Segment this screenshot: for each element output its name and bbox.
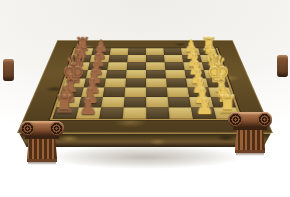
- foot-fluting: [27, 139, 58, 162]
- foot-fluting: [235, 130, 266, 153]
- board-grid: ♜♟♟♜♞♟♟♞♝♟♟♝♛♟♟♛♚♟♟♚♝♟♟♝♞♟♟♞♜♟♟♜: [50, 48, 243, 120]
- square-b4[interactable]: [146, 55, 165, 62]
- square-g4[interactable]: [146, 97, 169, 107]
- board-foot-rear-left: [3, 59, 14, 81]
- photo-scene: ♜♟♟♜♞♟♟♞♝♟♟♝♛♟♟♛♚♟♟♚♝♟♟♝♞♟♟♞♜♟♟♜: [0, 0, 290, 197]
- square-f5[interactable]: [124, 87, 146, 97]
- foot-contact-shadow: [236, 153, 263, 156]
- square-g5[interactable]: [124, 97, 146, 107]
- square-c4[interactable]: [146, 62, 165, 70]
- square-d4[interactable]: [146, 70, 166, 78]
- foot-neck: [25, 136, 59, 139]
- volute-scroll-icon: [229, 113, 242, 126]
- board-foot-front-left: [20, 121, 64, 165]
- square-f4[interactable]: [146, 87, 168, 97]
- square-d5[interactable]: [126, 70, 146, 78]
- square-e4[interactable]: [146, 78, 167, 87]
- square-b5[interactable]: [127, 55, 146, 62]
- square-h4[interactable]: [146, 107, 169, 118]
- foot-volute-bar: [20, 121, 64, 136]
- volute-scroll-icon: [258, 113, 271, 126]
- board-foot-rear-right: [277, 55, 288, 77]
- square-h7[interactable]: ♟: [76, 107, 101, 118]
- foot-contact-shadow: [28, 162, 55, 165]
- volute-scroll-icon: [21, 122, 34, 135]
- foot-neck: [233, 127, 267, 130]
- square-a4[interactable]: [146, 48, 164, 55]
- board-foot-front-right: [228, 112, 272, 156]
- square-h5[interactable]: [123, 107, 146, 118]
- square-a5[interactable]: [128, 48, 146, 55]
- piece-black-pawn-h7[interactable]: ♟: [65, 97, 112, 118]
- square-e5[interactable]: [125, 78, 146, 87]
- volute-scroll-icon: [50, 122, 63, 135]
- foot-volute-bar: [228, 112, 272, 127]
- square-c5[interactable]: [127, 62, 146, 70]
